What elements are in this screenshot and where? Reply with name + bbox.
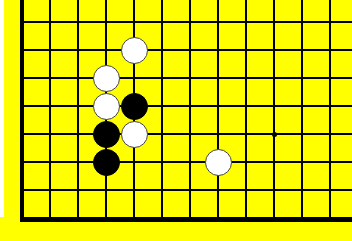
black-stone-e5: ● <box>121 93 148 120</box>
go-board-diagram: ○○○●●○●○ <box>0 0 352 241</box>
black-stone-d3: ● <box>93 149 120 176</box>
white-stone-e7: ○ <box>121 37 148 64</box>
stone-glyph: ○ <box>98 69 114 87</box>
white-stone-d5: ○ <box>93 93 120 120</box>
stone-glyph: ○ <box>98 97 114 115</box>
stone-glyph: ● <box>126 97 142 115</box>
white-stone-d6: ○ <box>93 65 120 92</box>
stone-glyph: ○ <box>210 153 226 171</box>
star-point-k4 <box>272 132 277 137</box>
stone-glyph: ○ <box>126 125 142 143</box>
white-stone-e4: ○ <box>121 121 148 148</box>
white-stone-h3: ○ <box>205 149 232 176</box>
stone-glyph: ○ <box>126 41 142 59</box>
page-edge-strip <box>0 0 4 217</box>
go-board-grid: ○○○●●○●○ <box>8 8 344 232</box>
stone-glyph: ● <box>98 125 114 143</box>
black-stone-d4: ● <box>93 121 120 148</box>
stone-glyph: ● <box>98 153 114 171</box>
